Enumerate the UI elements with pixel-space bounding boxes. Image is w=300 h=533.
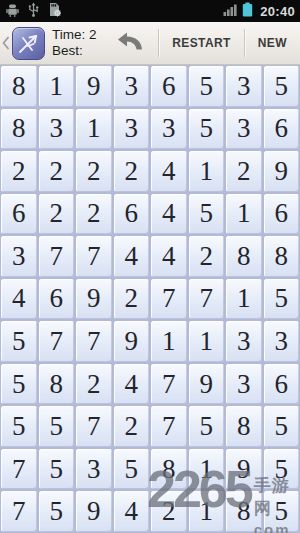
grid-cell-r4-c6[interactable]: 5: [189, 194, 225, 235]
grid-cell-r7-c3[interactable]: 7: [76, 321, 112, 362]
grid-cell-r3-c1[interactable]: 2: [1, 151, 37, 192]
grid-cell-r7-c4[interactable]: 9: [114, 321, 150, 362]
grid-cell-r5-c4[interactable]: 4: [114, 236, 150, 277]
toolbar: Time: 2 Best: RESTART NEW: [0, 22, 300, 65]
status-left-icons: [5, 2, 61, 21]
grid-cell-r8-c4[interactable]: 4: [114, 364, 150, 405]
time-label: Time: 2: [52, 27, 97, 43]
grid-cell-r5-c8[interactable]: 8: [264, 236, 300, 277]
grid-cell-r6-c5[interactable]: 7: [151, 279, 187, 320]
grid-cell-r10-c2[interactable]: 5: [39, 449, 75, 490]
grid-cell-r9-c2[interactable]: 5: [39, 406, 75, 447]
grid-cell-r11-c4[interactable]: 4: [114, 491, 150, 532]
grid-cell-r5-c1[interactable]: 3: [1, 236, 37, 277]
grid-cell-r10-c1[interactable]: 7: [1, 449, 37, 490]
grid-cell-r7-c6[interactable]: 1: [189, 321, 225, 362]
grid-cell-r9-c4[interactable]: 2: [114, 406, 150, 447]
best-label: Best:: [52, 43, 97, 59]
grid-cell-r9-c3[interactable]: 7: [76, 406, 112, 447]
grid-cell-r1-c3[interactable]: 9: [76, 66, 112, 107]
grid-cell-r3-c4[interactable]: 2: [114, 151, 150, 192]
grid-cell-r7-c5[interactable]: 1: [151, 321, 187, 362]
grid-cell-r9-c5[interactable]: 7: [151, 406, 187, 447]
grid-cell-r4-c8[interactable]: 6: [264, 194, 300, 235]
grid-cell-r5-c2[interactable]: 7: [39, 236, 75, 277]
grid-cell-r11-c7[interactable]: 8: [226, 491, 262, 532]
grid-cell-r6-c6[interactable]: 7: [189, 279, 225, 320]
grid-cell-r7-c7[interactable]: 3: [226, 321, 262, 362]
grid-cell-r1-c8[interactable]: 5: [264, 66, 300, 107]
grid-cell-r4-c2[interactable]: 2: [39, 194, 75, 235]
grid-cell-r11-c5[interactable]: 2: [151, 491, 187, 532]
grid-cell-r9-c1[interactable]: 5: [1, 406, 37, 447]
grid-cell-r2-c5[interactable]: 3: [151, 109, 187, 150]
new-button[interactable]: NEW: [245, 22, 300, 64]
status-right-icons: 20:40: [223, 2, 295, 21]
grid-cell-r2-c4[interactable]: 3: [114, 109, 150, 150]
grid-cell-r4-c7[interactable]: 1: [226, 194, 262, 235]
grid-cell-r3-c3[interactable]: 2: [76, 151, 112, 192]
battery-icon: [242, 2, 253, 21]
grid-cell-r5-c5[interactable]: 4: [151, 236, 187, 277]
grid-cell-r8-c2[interactable]: 8: [39, 364, 75, 405]
undo-icon: [112, 30, 146, 56]
grid-cell-r1-c2[interactable]: 1: [39, 66, 75, 107]
grid-cell-r4-c4[interactable]: 6: [114, 194, 150, 235]
grid-cell-r10-c3[interactable]: 3: [76, 449, 112, 490]
grid-cell-r11-c1[interactable]: 7: [1, 491, 37, 532]
grid-cell-r4-c3[interactable]: 2: [76, 194, 112, 235]
grid-cell-r5-c6[interactable]: 2: [189, 236, 225, 277]
sdcard-preparing-icon: [47, 2, 61, 21]
grid-cell-r3-c7[interactable]: 2: [226, 151, 262, 192]
grid-cell-r9-c7[interactable]: 8: [226, 406, 262, 447]
grid-cell-r11-c6[interactable]: 1: [189, 491, 225, 532]
grid-cell-r2-c7[interactable]: 3: [226, 109, 262, 150]
app-icon[interactable]: [12, 27, 45, 60]
grid-cell-r8-c7[interactable]: 3: [226, 364, 262, 405]
grid-cell-r3-c2[interactable]: 2: [39, 151, 75, 192]
grid-cell-r7-c8[interactable]: 3: [264, 321, 300, 362]
signal-strength-icon: [223, 2, 238, 20]
restart-button[interactable]: RESTART: [159, 22, 244, 64]
grid-cell-r10-c8[interactable]: 5: [264, 449, 300, 490]
grid-cell-r6-c7[interactable]: 1: [226, 279, 262, 320]
grid-cell-r7-c1[interactable]: 5: [1, 321, 37, 362]
grid-cell-r2-c8[interactable]: 6: [264, 109, 300, 150]
grid-cell-r3-c6[interactable]: 1: [189, 151, 225, 192]
grid-cell-r1-c4[interactable]: 3: [114, 66, 150, 107]
grid-cell-r6-c3[interactable]: 9: [76, 279, 112, 320]
grid-cell-r8-c5[interactable]: 7: [151, 364, 187, 405]
grid-cell-r5-c7[interactable]: 8: [226, 236, 262, 277]
grid-cell-r2-c1[interactable]: 8: [1, 109, 37, 150]
grid-cell-r8-c1[interactable]: 5: [1, 364, 37, 405]
grid-cell-r2-c6[interactable]: 5: [189, 109, 225, 150]
grid-cell-r1-c1[interactable]: 8: [1, 66, 37, 107]
grid-cell-r10-c6[interactable]: 1: [189, 449, 225, 490]
grid-cell-r10-c5[interactable]: 8: [151, 449, 187, 490]
app-screen: 20:40 Time: 2 Best: RESTART NEW 81936535…: [0, 0, 300, 533]
grid-cell-r8-c8[interactable]: 6: [264, 364, 300, 405]
score-panel: Time: 2 Best:: [52, 27, 97, 59]
usb-connected-icon: [27, 2, 40, 21]
grid-cell-r5-c3[interactable]: 7: [76, 236, 112, 277]
back-button[interactable]: [0, 22, 12, 64]
number-grid: 8193653583133536222241296226451637744288…: [0, 65, 300, 533]
grid-cell-r7-c2[interactable]: 7: [39, 321, 75, 362]
grid-cell-r3-c8[interactable]: 9: [264, 151, 300, 192]
grid-cell-r6-c8[interactable]: 5: [264, 279, 300, 320]
grid-cell-r11-c2[interactable]: 5: [39, 491, 75, 532]
grid-cell-r1-c7[interactable]: 3: [226, 66, 262, 107]
grid-cell-r1-c6[interactable]: 5: [189, 66, 225, 107]
grid-cell-r6-c4[interactable]: 2: [114, 279, 150, 320]
grid-cell-r10-c7[interactable]: 9: [226, 449, 262, 490]
grid-cell-r6-c2[interactable]: 6: [39, 279, 75, 320]
grid-cell-r10-c4[interactable]: 5: [114, 449, 150, 490]
undo-button[interactable]: [100, 22, 158, 64]
grid-cell-r9-c6[interactable]: 5: [189, 406, 225, 447]
grid-cell-r4-c5[interactable]: 4: [151, 194, 187, 235]
grid-cell-r4-c1[interactable]: 6: [1, 194, 37, 235]
grid-cell-r2-c3[interactable]: 1: [76, 109, 112, 150]
status-bar: 20:40: [0, 0, 300, 22]
clock-text: 20:40: [260, 4, 295, 19]
grid-cell-r6-c1[interactable]: 4: [1, 279, 37, 320]
grid-cell-r11-c3[interactable]: 9: [76, 491, 112, 532]
grid-cell-r1-c5[interactable]: 6: [151, 66, 187, 107]
grid-cell-r9-c8[interactable]: 5: [264, 406, 300, 447]
grid-cell-r3-c5[interactable]: 4: [151, 151, 187, 192]
grid-cell-r11-c8[interactable]: 5: [264, 491, 300, 532]
grid-cell-r2-c2[interactable]: 3: [39, 109, 75, 150]
grid-cell-r8-c6[interactable]: 9: [189, 364, 225, 405]
toolbar-actions: RESTART NEW: [100, 22, 300, 64]
grid-cell-r8-c3[interactable]: 2: [76, 364, 112, 405]
android-debug-icon: [5, 2, 20, 21]
